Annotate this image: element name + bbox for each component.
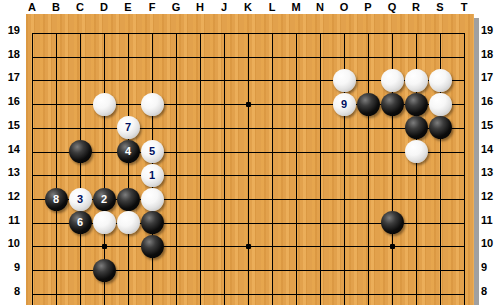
grid-vline-C — [80, 33, 81, 305]
column-label-N: N — [308, 0, 332, 14]
stone-black-Q16[interactable] — [381, 93, 404, 116]
grid-vline-L — [272, 33, 273, 305]
row-label-left-19: 19 — [0, 23, 20, 37]
column-label-E: E — [116, 0, 140, 14]
grid-hline-8 — [32, 294, 465, 295]
grid-vline-E — [128, 33, 129, 305]
column-label-C: C — [68, 0, 92, 14]
column-label-K: K — [236, 0, 260, 14]
stone-white-R14[interactable] — [405, 140, 428, 163]
row-label-right-13: 13 — [481, 165, 500, 179]
go-diagram-screen: ABCDEFGHJKLMNOPQRST191918181717161615151… — [0, 0, 500, 305]
grid-hline-14 — [32, 152, 465, 153]
stone-black-Q11[interactable] — [381, 211, 404, 234]
stone-white-F12[interactable] — [141, 188, 164, 211]
row-label-right-17: 17 — [481, 70, 500, 84]
stone-black-C11-move-6[interactable]: 6 — [69, 211, 92, 234]
grid-vline-G — [176, 33, 177, 305]
stone-black-E14-move-4[interactable]: 4 — [117, 140, 140, 163]
move-number-7: 7 — [125, 122, 131, 133]
grid-vline-K — [248, 33, 249, 305]
stone-black-B12-move-8[interactable]: 8 — [45, 188, 68, 211]
row-label-left-10: 10 — [0, 236, 20, 250]
row-label-left-17: 17 — [0, 70, 20, 84]
column-label-B: B — [44, 0, 68, 14]
stone-white-E11[interactable] — [117, 211, 140, 234]
row-label-right-10: 10 — [481, 236, 500, 250]
grid-vline-A — [32, 33, 33, 305]
column-label-R: R — [404, 0, 428, 14]
move-number-6: 6 — [77, 217, 83, 228]
stone-black-F11[interactable] — [141, 211, 164, 234]
row-label-left-18: 18 — [0, 47, 20, 61]
grid-vline-N — [320, 33, 321, 305]
stone-white-F16[interactable] — [141, 93, 164, 116]
column-label-O: O — [332, 0, 356, 14]
stone-white-S17[interactable] — [429, 69, 452, 92]
move-number-1: 1 — [149, 170, 155, 181]
move-number-3: 3 — [77, 194, 83, 205]
star-point-D10 — [102, 244, 107, 249]
star-point-K10 — [246, 244, 251, 249]
grid-vline-J — [224, 33, 225, 305]
grid-vline-M — [296, 33, 297, 305]
row-label-right-19: 19 — [481, 23, 500, 37]
row-label-right-14: 14 — [481, 142, 500, 156]
grid-vline-B — [56, 33, 57, 305]
grid-vline-H — [200, 33, 201, 305]
grid-hline-19 — [32, 33, 465, 34]
column-label-S: S — [428, 0, 452, 14]
stone-black-F10[interactable] — [141, 235, 164, 258]
column-label-T: T — [452, 0, 476, 14]
grid-vline-P — [368, 33, 369, 305]
row-label-right-9: 9 — [481, 260, 500, 274]
row-label-left-15: 15 — [0, 118, 20, 132]
row-label-left-8: 8 — [0, 284, 20, 298]
stone-white-O17[interactable] — [333, 69, 356, 92]
column-label-A: A — [20, 0, 44, 14]
stone-black-D12-move-2[interactable]: 2 — [93, 188, 116, 211]
row-label-right-12: 12 — [481, 189, 500, 203]
row-label-right-8: 8 — [481, 284, 500, 298]
stone-white-D16[interactable] — [93, 93, 116, 116]
row-label-right-15: 15 — [481, 118, 500, 132]
column-label-M: M — [284, 0, 308, 14]
stone-black-S15[interactable] — [429, 116, 452, 139]
stone-black-C14[interactable] — [69, 140, 92, 163]
stone-black-E12[interactable] — [117, 188, 140, 211]
stone-white-D11[interactable] — [93, 211, 116, 234]
move-number-8: 8 — [53, 194, 59, 205]
column-label-Q: Q — [380, 0, 404, 14]
column-label-F: F — [140, 0, 164, 14]
column-label-J: J — [212, 0, 236, 14]
row-label-right-11: 11 — [481, 213, 500, 227]
stone-white-F13-move-1[interactable]: 1 — [141, 164, 164, 187]
star-point-K16 — [246, 102, 251, 107]
row-label-left-9: 9 — [0, 260, 20, 274]
column-label-P: P — [356, 0, 380, 14]
row-label-left-14: 14 — [0, 142, 20, 156]
board-drop-shadow — [474, 18, 479, 305]
stone-black-P16[interactable] — [357, 93, 380, 116]
stone-white-S16[interactable] — [429, 93, 452, 116]
row-label-left-11: 11 — [0, 213, 20, 227]
move-number-5: 5 — [149, 146, 155, 157]
stone-white-O16-move-9[interactable]: 9 — [333, 93, 356, 116]
column-label-G: G — [164, 0, 188, 14]
column-label-L: L — [260, 0, 284, 14]
stone-white-C12-move-3[interactable]: 3 — [69, 188, 92, 211]
stone-black-D9[interactable] — [93, 259, 116, 282]
column-label-H: H — [188, 0, 212, 14]
row-label-left-12: 12 — [0, 189, 20, 203]
row-label-left-16: 16 — [0, 94, 20, 108]
move-number-4: 4 — [125, 146, 131, 157]
grid-hline-13 — [32, 175, 465, 176]
move-number-9: 9 — [341, 99, 347, 110]
stone-white-E15-move-7[interactable]: 7 — [117, 116, 140, 139]
stone-white-Q17[interactable] — [381, 69, 404, 92]
stone-white-F14-move-5[interactable]: 5 — [141, 140, 164, 163]
star-point-Q10 — [390, 244, 395, 249]
grid-vline-T — [464, 33, 465, 305]
row-label-right-16: 16 — [481, 94, 500, 108]
stone-black-R16[interactable] — [405, 93, 428, 116]
grid-hline-18 — [32, 57, 465, 58]
stone-white-R17[interactable] — [405, 69, 428, 92]
row-label-right-18: 18 — [481, 47, 500, 61]
stone-black-R15[interactable] — [405, 116, 428, 139]
column-label-D: D — [92, 0, 116, 14]
row-label-left-13: 13 — [0, 165, 20, 179]
move-number-2: 2 — [101, 194, 107, 205]
grid-hline-15 — [32, 128, 465, 129]
